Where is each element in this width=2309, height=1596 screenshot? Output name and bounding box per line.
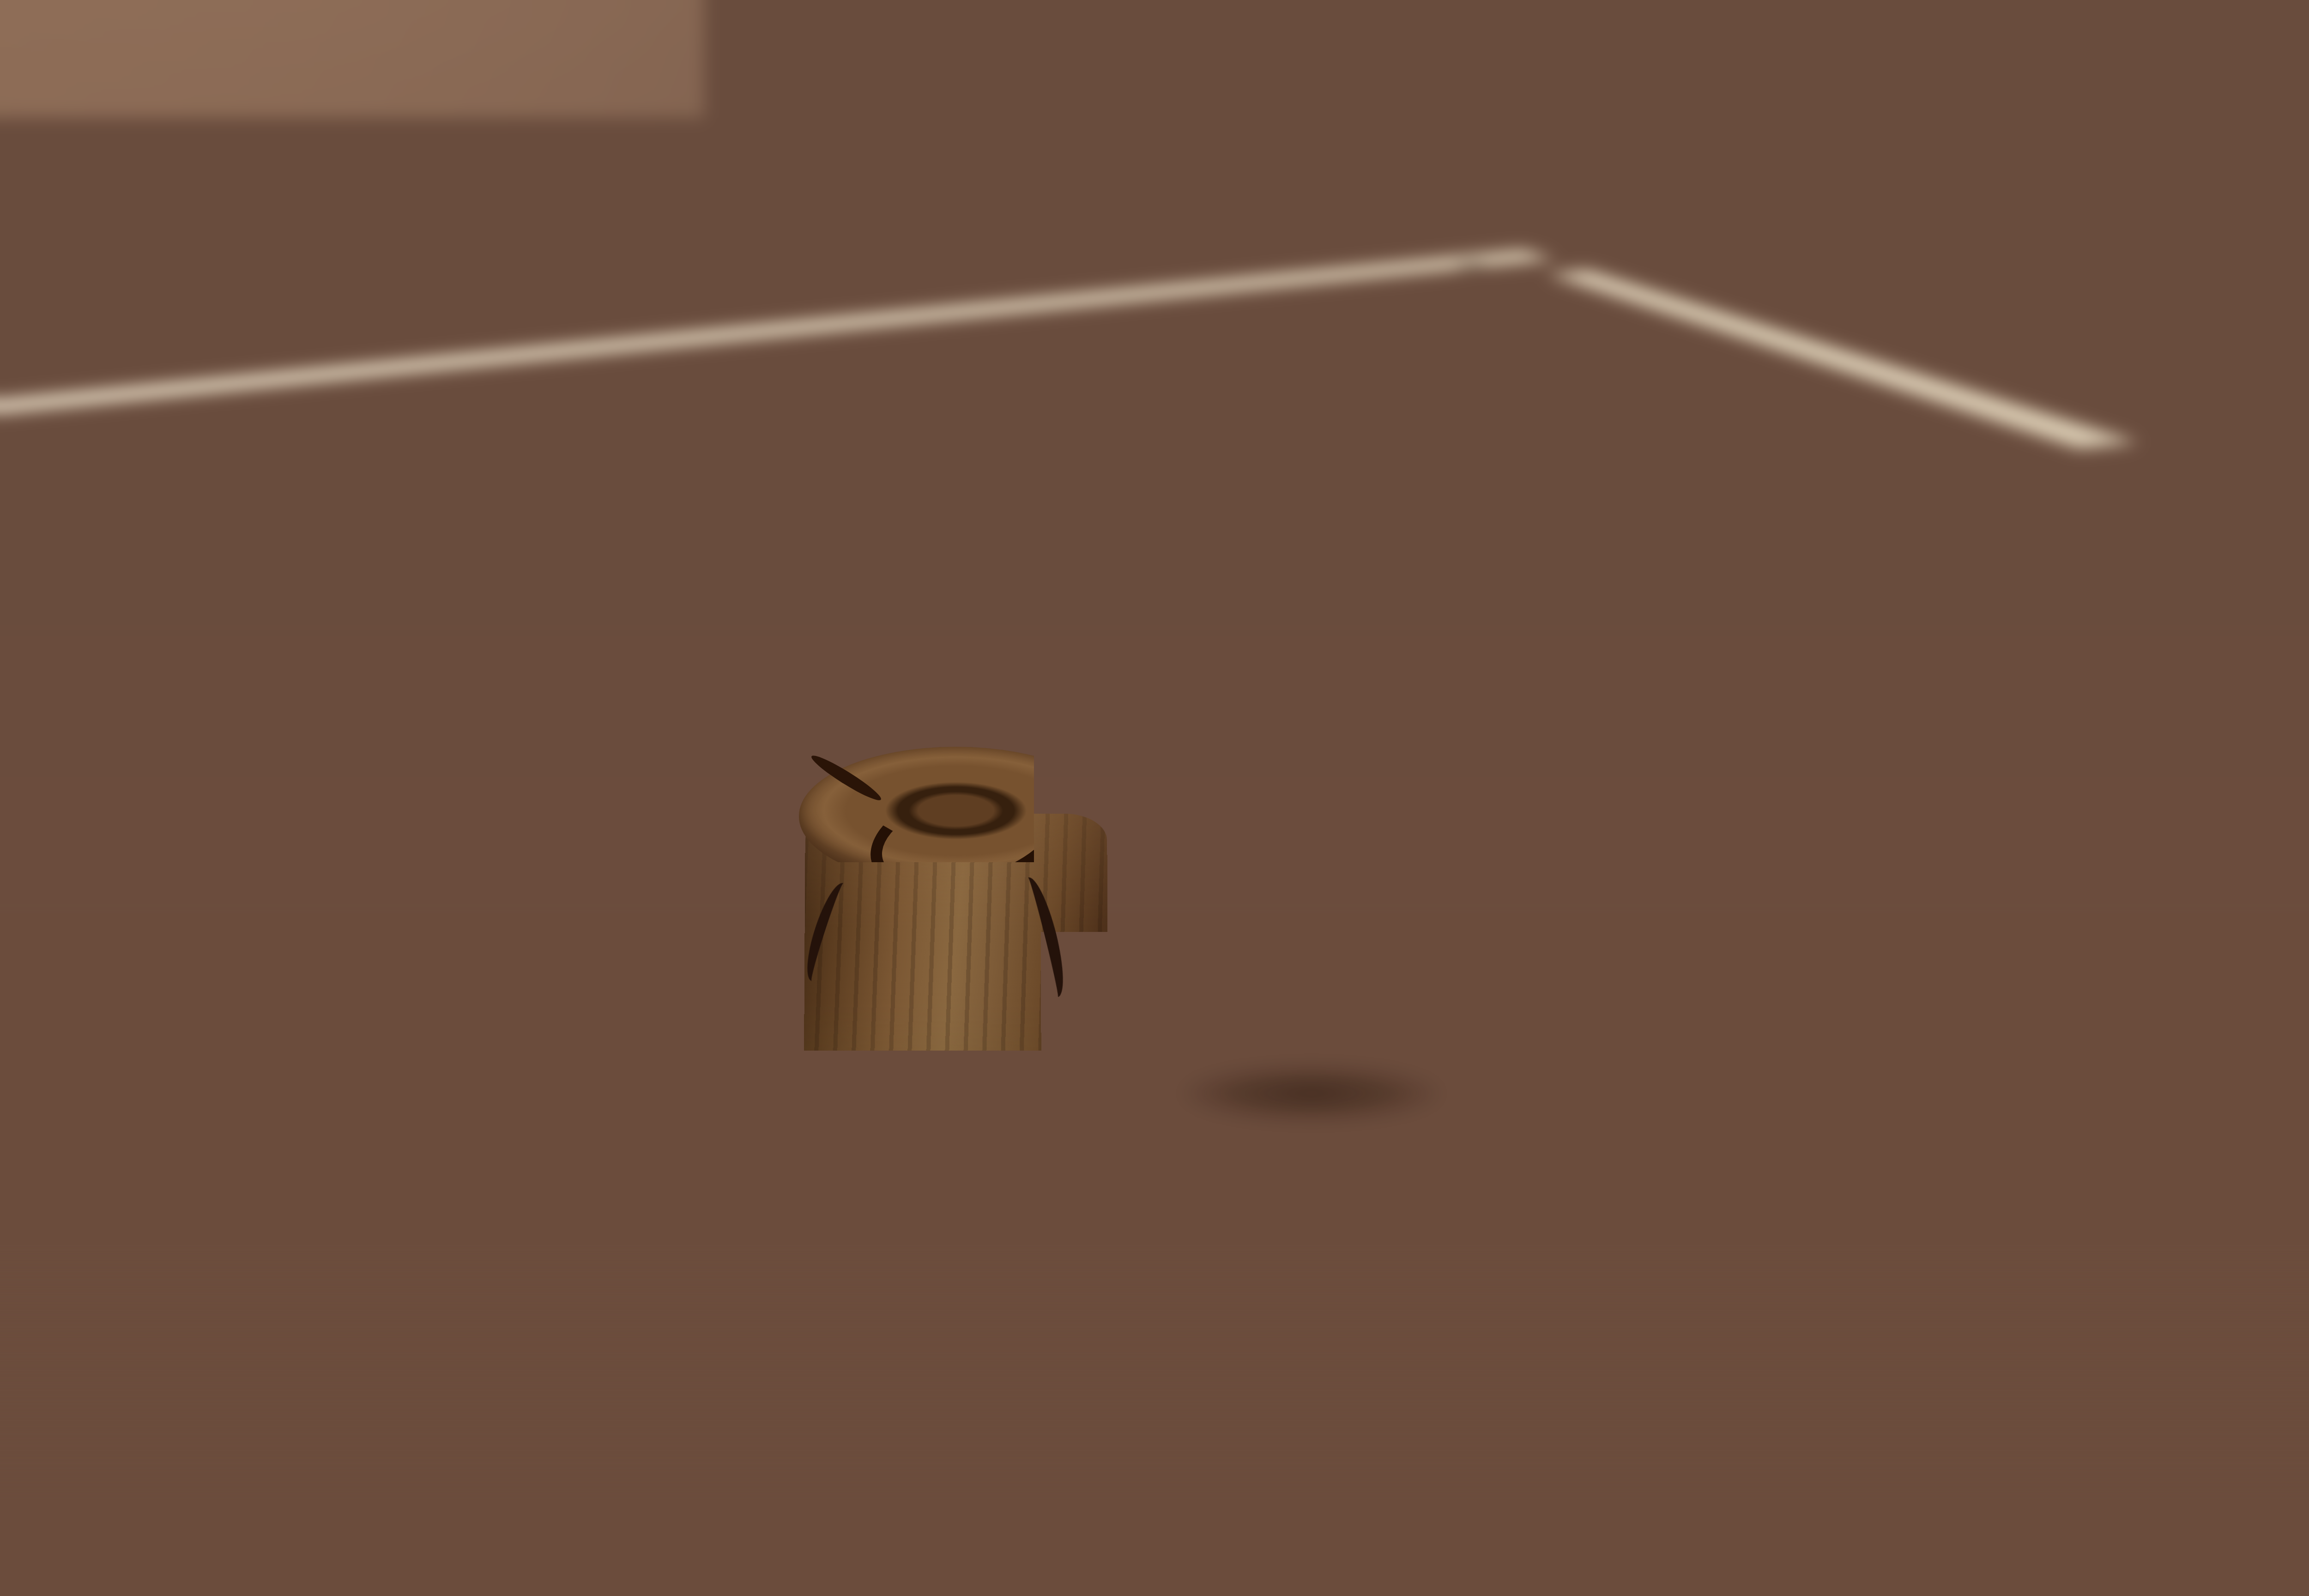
star-mosaic-tile <box>366 860 397 877</box>
pearl-tile <box>404 583 425 592</box>
pearl-tile <box>760 639 788 649</box>
star-mosaic-tile <box>864 376 884 381</box>
star-mosaic-tile <box>6 718 36 730</box>
star-mosaic-tile <box>716 674 745 685</box>
pearl-tile <box>400 888 432 905</box>
star-mosaic-tile <box>1051 515 1078 524</box>
star-mosaic-tile <box>741 661 769 672</box>
star-mosaic-tile <box>452 1492 505 1536</box>
board-photo-scene: Two carved wooden pawns on an inlaid mot… <box>0 0 2309 1596</box>
pearl-tile <box>656 466 677 472</box>
square-d2[interactable] <box>0 1344 769 1596</box>
pearl-tile <box>61 526 83 533</box>
star-mosaic-tile <box>1098 511 1126 519</box>
pearl-tile <box>713 664 741 675</box>
pearl-tile <box>104 521 126 529</box>
square-e8[interactable] <box>538 360 773 428</box>
pearl-tile <box>745 671 774 682</box>
square-d5[interactable] <box>206 624 561 779</box>
star-mosaic-tile <box>756 630 783 641</box>
star-mosaic-tile <box>30 725 60 738</box>
star-mosaic-tile <box>218 1521 273 1566</box>
star-mosaic-tile <box>435 824 465 840</box>
pearl-tile <box>782 627 810 637</box>
pearl-tile <box>453 1535 508 1580</box>
square-c6[interactable] <box>0 554 206 674</box>
star-mosaic-tile <box>394 1542 447 1588</box>
dark-pawn-top-cap <box>799 747 1113 885</box>
star-mosaic-tile <box>937 369 957 374</box>
dark-pawn-left-rim-notch <box>808 751 884 805</box>
square-f2[interactable] <box>1503 1172 2309 1596</box>
star-mosaic-tile <box>348 427 365 433</box>
star-mosaic-tile <box>701 635 728 646</box>
star-mosaic-tile <box>719 459 740 466</box>
star-mosaic-tile <box>810 624 838 635</box>
band-intersection-checker <box>1132 442 1181 455</box>
pearl-tile <box>12 708 41 719</box>
pearl-tile <box>212 1565 269 1596</box>
pearl-tile <box>354 588 376 597</box>
pearl-tile <box>367 425 384 431</box>
pearl-tile <box>1027 518 1054 526</box>
star-mosaic-tile <box>83 524 104 531</box>
pearl-tile <box>43 522 65 530</box>
pearl-tile <box>705 645 732 656</box>
star-mosaic-tile <box>300 839 331 854</box>
pearl-tile <box>394 1499 446 1543</box>
band-intersection-checker <box>1590 493 1654 509</box>
dark-pawn[interactable] <box>799 747 1113 1261</box>
star-mosaic-tile <box>1211 410 1236 416</box>
pearl-tile <box>50 510 71 517</box>
pearl-tile <box>1075 513 1102 521</box>
square-d8[interactable] <box>282 384 506 455</box>
star-mosaic-tile <box>428 580 450 589</box>
star-mosaic-tile <box>0 739 26 752</box>
pearl-tile <box>405 422 422 427</box>
band-intersection-checker <box>136 784 195 810</box>
band-intersection-checker <box>1357 1184 1477 1244</box>
star-mosaic-tile <box>424 420 441 425</box>
star-mosaic-tile <box>364 891 396 909</box>
star-mosaic-tile <box>764 648 793 659</box>
pearl-tile <box>1231 407 1256 413</box>
band-intersection-checker <box>780 404 818 414</box>
pearl-tile <box>1272 403 1297 409</box>
star-mosaic-tile <box>401 872 432 889</box>
pearl-tile <box>333 835 364 851</box>
star-mosaic-tile <box>296 868 328 885</box>
star-mosaic-tile <box>454 1579 510 1596</box>
pearl-tile <box>768 658 798 669</box>
star-mosaic-tile <box>787 636 816 647</box>
star-mosaic-tile <box>40 705 69 716</box>
band-intersection-checker <box>994 692 1059 716</box>
pearl-tile <box>919 370 939 375</box>
star-mosaic-tile <box>332 849 363 865</box>
square-d3[interactable] <box>77 985 656 1337</box>
band-intersection-checker <box>900 565 953 582</box>
star-mosaic-tile <box>797 655 826 666</box>
star-mosaic-tile <box>1251 405 1276 411</box>
pearl-tile <box>35 715 64 727</box>
pearl-tile <box>365 876 397 893</box>
band-intersection-checker <box>1306 351 1351 361</box>
mosaic-chessboard <box>0 284 2309 1596</box>
band-intersection-checker <box>573 738 629 763</box>
pearl-tile <box>728 633 756 643</box>
band-intersection-checker <box>182 640 230 659</box>
pearl-tile <box>401 857 431 873</box>
band-intersection-checker <box>832 473 876 486</box>
star-mosaic-tile <box>330 879 362 896</box>
star-mosaic-tile <box>901 372 921 377</box>
star-mosaic-tile <box>732 642 760 653</box>
square-c8[interactable] <box>8 408 252 482</box>
star-mosaic-tile <box>46 516 68 523</box>
pearl-tile <box>736 651 764 662</box>
star-mosaic-tile <box>379 585 400 594</box>
star-mosaic-tile <box>435 853 466 870</box>
band-intersection-checker <box>1640 822 1738 856</box>
star-mosaic-tile <box>64 520 86 527</box>
star-mosaic-tile <box>292 899 325 917</box>
pearl-tile <box>333 1550 387 1596</box>
light-pawn[interactable] <box>1180 648 1469 1092</box>
pearl-tile <box>367 846 397 862</box>
square-f8[interactable] <box>780 336 1036 401</box>
pearl-tile <box>393 1587 448 1596</box>
pearl-tile <box>435 868 467 885</box>
star-mosaic-tile <box>336 1507 388 1551</box>
pearl-tile <box>825 652 854 663</box>
square-d4[interactable] <box>157 768 598 990</box>
star-mosaic-tile <box>1003 520 1030 529</box>
band-intersection-checker <box>527 504 567 519</box>
band-intersection-checker <box>546 602 592 620</box>
star-mosaic-tile <box>273 1557 328 1596</box>
pearl-tile <box>435 838 465 854</box>
light-pawn-top-cap <box>1180 648 1469 768</box>
pearl-tile <box>0 750 21 763</box>
pearl-tile <box>298 853 329 870</box>
band-intersection-checker <box>1248 529 1306 545</box>
pearl-tile <box>294 883 326 901</box>
square-e5[interactable] <box>602 586 980 732</box>
band-intersection-checker <box>1045 377 1086 387</box>
pearl-tile <box>883 374 903 379</box>
pearl-tile <box>1 729 31 741</box>
star-mosaic-tile <box>386 423 403 429</box>
star-mosaic-tile <box>820 642 849 653</box>
star-mosaic-tile <box>329 590 351 599</box>
band-intersection-checker <box>68 998 143 1039</box>
dark-pawn-right-rim-notch <box>1047 745 1110 793</box>
pearl-tile <box>68 514 89 521</box>
band-intersection-checker <box>976 326 1012 334</box>
pearl-tile <box>698 462 719 468</box>
pearl-tile <box>331 864 363 881</box>
pearl-tile <box>25 736 55 749</box>
star-mosaic-tile <box>401 842 431 858</box>
pearl-tile <box>802 665 831 676</box>
star-mosaic-tile <box>20 747 51 760</box>
light-pawn-right-kerf-slit <box>1417 677 1475 697</box>
band-intersection-checker <box>1811 604 1892 626</box>
pearl-tile <box>277 1514 330 1558</box>
pearl-tile <box>328 895 361 913</box>
band-intersection-checker <box>676 1265 772 1330</box>
star-mosaic-tile <box>367 832 397 847</box>
light-pawn-front-kerf-groove <box>1320 755 1331 874</box>
light-pawn-vertical-kerf <box>1318 641 1334 744</box>
band-intersection-checker <box>612 938 683 977</box>
band-intersection-checker <box>0 1350 57 1419</box>
band-intersection-checker <box>1428 412 1481 424</box>
star-mosaic-tile <box>774 668 803 679</box>
pearl-tile <box>401 828 431 844</box>
pearl-tile <box>814 633 843 644</box>
star-mosaic-tile <box>39 528 61 536</box>
star-mosaic-tile <box>126 520 147 527</box>
pearl-tile <box>792 645 821 656</box>
star-mosaic-tile <box>635 468 655 474</box>
star-mosaic-tile <box>1368 326 1390 330</box>
star-mosaic-tile <box>677 464 697 470</box>
star-mosaic-tile <box>436 883 468 901</box>
star-mosaic-tile <box>708 654 737 665</box>
star-mosaic-tile <box>830 662 860 673</box>
